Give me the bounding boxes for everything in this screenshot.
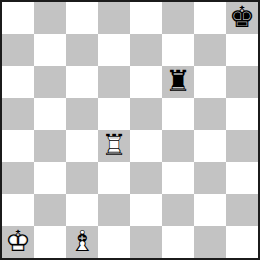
square-h8[interactable]: ♚ — [226, 2, 258, 34]
square-d5[interactable] — [98, 98, 130, 130]
square-a4[interactable] — [2, 130, 34, 162]
square-e2[interactable] — [130, 194, 162, 226]
square-d2[interactable] — [98, 194, 130, 226]
square-d4[interactable]: ♜♖ — [98, 130, 130, 162]
square-g5[interactable] — [194, 98, 226, 130]
square-f1[interactable] — [162, 226, 194, 258]
square-e7[interactable] — [130, 34, 162, 66]
square-a1[interactable]: ♚♔ — [2, 226, 34, 258]
square-c1[interactable]: ♝♗ — [66, 226, 98, 258]
chess-board: ♚♜♜♖♚♔♝♗ — [0, 0, 260, 260]
square-f5[interactable] — [162, 98, 194, 130]
square-a8[interactable] — [2, 2, 34, 34]
square-b2[interactable] — [34, 194, 66, 226]
square-c4[interactable] — [66, 130, 98, 162]
square-b1[interactable] — [34, 226, 66, 258]
white-king-outline: ♔ — [2, 226, 34, 258]
square-c7[interactable] — [66, 34, 98, 66]
white-bishop: ♝♗ — [66, 226, 98, 258]
square-h3[interactable] — [226, 162, 258, 194]
square-e1[interactable] — [130, 226, 162, 258]
square-d1[interactable] — [98, 226, 130, 258]
square-g6[interactable] — [194, 66, 226, 98]
square-d3[interactable] — [98, 162, 130, 194]
square-g1[interactable] — [194, 226, 226, 258]
square-h5[interactable] — [226, 98, 258, 130]
square-d6[interactable] — [98, 66, 130, 98]
square-b3[interactable] — [34, 162, 66, 194]
square-f2[interactable] — [162, 194, 194, 226]
square-g7[interactable] — [194, 34, 226, 66]
square-b8[interactable] — [34, 2, 66, 34]
square-g8[interactable] — [194, 2, 226, 34]
square-g2[interactable] — [194, 194, 226, 226]
white-rook-outline: ♖ — [98, 130, 130, 162]
square-b6[interactable] — [34, 66, 66, 98]
square-h4[interactable] — [226, 130, 258, 162]
square-e4[interactable] — [130, 130, 162, 162]
white-bishop-outline: ♗ — [66, 226, 98, 258]
square-f8[interactable] — [162, 2, 194, 34]
white-rook: ♜♖ — [98, 130, 130, 162]
square-a7[interactable] — [2, 34, 34, 66]
square-a3[interactable] — [2, 162, 34, 194]
square-c5[interactable] — [66, 98, 98, 130]
white-king: ♚♔ — [2, 226, 34, 258]
square-d7[interactable] — [98, 34, 130, 66]
square-f4[interactable] — [162, 130, 194, 162]
square-d8[interactable] — [98, 2, 130, 34]
square-h7[interactable] — [226, 34, 258, 66]
square-f3[interactable] — [162, 162, 194, 194]
square-g4[interactable] — [194, 130, 226, 162]
square-c6[interactable] — [66, 66, 98, 98]
square-e6[interactable] — [130, 66, 162, 98]
square-h2[interactable] — [226, 194, 258, 226]
square-h1[interactable] — [226, 226, 258, 258]
square-f7[interactable] — [162, 34, 194, 66]
square-h6[interactable] — [226, 66, 258, 98]
square-c8[interactable] — [66, 2, 98, 34]
square-b4[interactable] — [34, 130, 66, 162]
square-e3[interactable] — [130, 162, 162, 194]
square-b7[interactable] — [34, 34, 66, 66]
square-a2[interactable] — [2, 194, 34, 226]
black-king: ♚ — [226, 2, 258, 34]
square-e5[interactable] — [130, 98, 162, 130]
square-e8[interactable] — [130, 2, 162, 34]
square-c2[interactable] — [66, 194, 98, 226]
square-a5[interactable] — [2, 98, 34, 130]
black-rook: ♜ — [162, 66, 194, 98]
square-f6[interactable]: ♜ — [162, 66, 194, 98]
square-a6[interactable] — [2, 66, 34, 98]
square-b5[interactable] — [34, 98, 66, 130]
square-c3[interactable] — [66, 162, 98, 194]
square-g3[interactable] — [194, 162, 226, 194]
